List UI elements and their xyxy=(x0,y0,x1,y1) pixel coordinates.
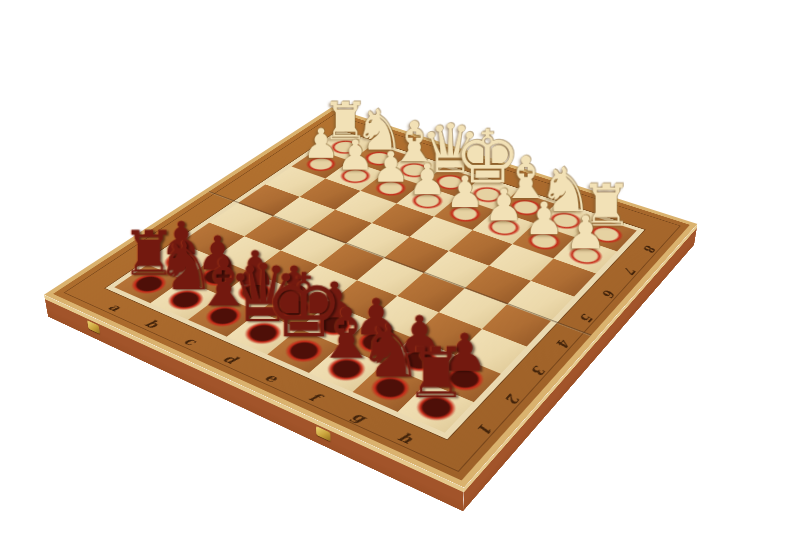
chess-board: ♜♞♝♛♚♝♞♜♟♟♟♟♟♟♟♟♟♟♟♟♟♟♟♟♜♞♝♛♚♝♞♜ abcdefg… xyxy=(44,107,698,487)
piece-dark-rook-h1: ♜ xyxy=(404,337,467,407)
brass-clasp-icon xyxy=(316,426,331,442)
brass-hinge-icon xyxy=(87,320,100,334)
photo-scene: ♜♞♝♛♚♝♞♜♟♟♟♟♟♟♟♟♟♟♟♟♟♟♟♟♜♞♝♛♚♝♞♜ abcdefg… xyxy=(0,0,798,544)
